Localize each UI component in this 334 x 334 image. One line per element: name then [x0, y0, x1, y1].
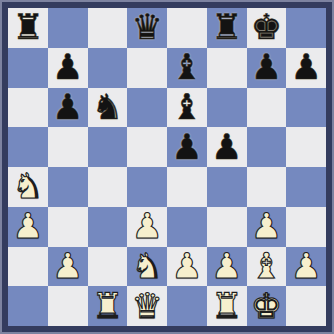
- square-h3[interactable]: [286, 207, 326, 247]
- chess-board-frame: ♜♛♜♚♟♝♟♟♟♞♝♟♟♞♟♟♟♟♞♟♟♝♟♜♛♜♚: [0, 0, 334, 334]
- square-g2[interactable]: ♝: [247, 247, 287, 287]
- black-knight[interactable]: ♞: [92, 90, 123, 125]
- square-f4[interactable]: [207, 167, 247, 207]
- square-h8[interactable]: [286, 8, 326, 48]
- square-d4[interactable]: [127, 167, 167, 207]
- white-pawn[interactable]: ♟: [171, 249, 202, 284]
- square-b6[interactable]: ♟: [48, 88, 88, 128]
- square-a5[interactable]: [8, 127, 48, 167]
- square-a4[interactable]: ♞: [8, 167, 48, 207]
- square-g1[interactable]: ♚: [247, 286, 287, 326]
- square-a6[interactable]: [8, 88, 48, 128]
- square-h5[interactable]: [286, 127, 326, 167]
- square-d5[interactable]: [127, 127, 167, 167]
- square-a8[interactable]: ♜: [8, 8, 48, 48]
- white-queen[interactable]: ♛: [131, 289, 162, 324]
- square-d2[interactable]: ♞: [127, 247, 167, 287]
- square-b8[interactable]: [48, 8, 88, 48]
- square-f2[interactable]: ♟: [207, 247, 247, 287]
- square-b5[interactable]: [48, 127, 88, 167]
- square-g5[interactable]: [247, 127, 287, 167]
- black-pawn[interactable]: ♟: [290, 50, 321, 85]
- square-b1[interactable]: [48, 286, 88, 326]
- black-pawn[interactable]: ♟: [52, 90, 83, 125]
- square-a1[interactable]: [8, 286, 48, 326]
- square-c1[interactable]: ♜: [88, 286, 128, 326]
- square-f8[interactable]: ♜: [207, 8, 247, 48]
- black-pawn[interactable]: ♟: [251, 50, 282, 85]
- square-h4[interactable]: [286, 167, 326, 207]
- square-g8[interactable]: ♚: [247, 8, 287, 48]
- square-e7[interactable]: ♝: [167, 48, 207, 88]
- white-king[interactable]: ♚: [251, 289, 282, 324]
- square-g4[interactable]: [247, 167, 287, 207]
- square-a3[interactable]: ♟: [8, 207, 48, 247]
- white-pawn[interactable]: ♟: [131, 209, 162, 244]
- square-c2[interactable]: [88, 247, 128, 287]
- square-e2[interactable]: ♟: [167, 247, 207, 287]
- black-bishop[interactable]: ♝: [171, 50, 202, 85]
- square-e3[interactable]: [167, 207, 207, 247]
- black-pawn[interactable]: ♟: [52, 50, 83, 85]
- square-b2[interactable]: ♟: [48, 247, 88, 287]
- white-bishop[interactable]: ♝: [251, 249, 282, 284]
- white-pawn[interactable]: ♟: [12, 209, 43, 244]
- white-pawn[interactable]: ♟: [52, 249, 83, 284]
- square-d6[interactable]: [127, 88, 167, 128]
- white-knight[interactable]: ♞: [12, 169, 43, 204]
- square-d1[interactable]: ♛: [127, 286, 167, 326]
- square-f7[interactable]: [207, 48, 247, 88]
- white-rook[interactable]: ♜: [92, 289, 123, 324]
- square-h1[interactable]: [286, 286, 326, 326]
- square-h2[interactable]: ♟: [286, 247, 326, 287]
- square-h7[interactable]: ♟: [286, 48, 326, 88]
- white-knight[interactable]: ♞: [131, 249, 162, 284]
- white-pawn[interactable]: ♟: [290, 249, 321, 284]
- square-b3[interactable]: [48, 207, 88, 247]
- square-a2[interactable]: [8, 247, 48, 287]
- square-f3[interactable]: [207, 207, 247, 247]
- square-b4[interactable]: [48, 167, 88, 207]
- square-c8[interactable]: [88, 8, 128, 48]
- square-d3[interactable]: ♟: [127, 207, 167, 247]
- square-e5[interactable]: ♟: [167, 127, 207, 167]
- square-h6[interactable]: [286, 88, 326, 128]
- square-g6[interactable]: [247, 88, 287, 128]
- square-c3[interactable]: [88, 207, 128, 247]
- black-rook[interactable]: ♜: [12, 10, 43, 45]
- square-c5[interactable]: [88, 127, 128, 167]
- black-king[interactable]: ♚: [251, 10, 282, 45]
- square-e4[interactable]: [167, 167, 207, 207]
- square-b7[interactable]: ♟: [48, 48, 88, 88]
- black-queen[interactable]: ♛: [131, 10, 162, 45]
- white-pawn[interactable]: ♟: [251, 209, 282, 244]
- square-a7[interactable]: [8, 48, 48, 88]
- black-rook[interactable]: ♜: [211, 10, 242, 45]
- square-c4[interactable]: [88, 167, 128, 207]
- square-f1[interactable]: ♜: [207, 286, 247, 326]
- square-g7[interactable]: ♟: [247, 48, 287, 88]
- white-pawn[interactable]: ♟: [211, 249, 242, 284]
- square-f5[interactable]: ♟: [207, 127, 247, 167]
- chess-board: ♜♛♜♚♟♝♟♟♟♞♝♟♟♞♟♟♟♟♞♟♟♝♟♜♛♜♚: [8, 8, 326, 326]
- square-d7[interactable]: [127, 48, 167, 88]
- black-pawn[interactable]: ♟: [171, 130, 202, 165]
- square-f6[interactable]: [207, 88, 247, 128]
- square-e6[interactable]: ♝: [167, 88, 207, 128]
- black-pawn[interactable]: ♟: [211, 130, 242, 165]
- square-c6[interactable]: ♞: [88, 88, 128, 128]
- white-rook[interactable]: ♜: [211, 289, 242, 324]
- square-c7[interactable]: [88, 48, 128, 88]
- square-d8[interactable]: ♛: [127, 8, 167, 48]
- square-e1[interactable]: [167, 286, 207, 326]
- square-e8[interactable]: [167, 8, 207, 48]
- black-bishop[interactable]: ♝: [171, 90, 202, 125]
- square-g3[interactable]: ♟: [247, 207, 287, 247]
